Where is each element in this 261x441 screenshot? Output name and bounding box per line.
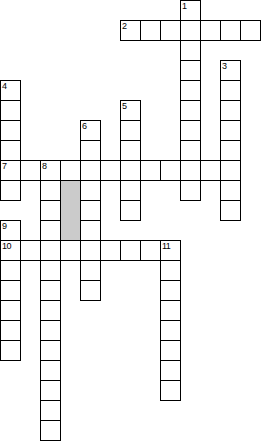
grid-cell-highlighted[interactable] [60, 200, 81, 221]
grid-cell[interactable] [160, 300, 181, 321]
grid-cell[interactable] [140, 160, 161, 181]
grid-cell[interactable] [40, 340, 61, 361]
clue-number: 1 [182, 2, 187, 11]
grid-cell[interactable] [160, 360, 181, 381]
grid-cell[interactable] [120, 240, 141, 261]
clue-number: 4 [2, 82, 7, 91]
grid-cell[interactable] [200, 20, 221, 41]
grid-cell[interactable] [0, 300, 21, 321]
grid-cell[interactable] [40, 240, 61, 261]
grid-cell[interactable] [20, 240, 41, 261]
grid-cell-highlighted[interactable] [60, 180, 81, 201]
grid-cell[interactable] [0, 260, 21, 281]
grid-cell[interactable] [40, 320, 61, 341]
clue-number: 5 [122, 102, 127, 111]
grid-cell[interactable] [120, 200, 141, 221]
grid-cell[interactable] [0, 280, 21, 301]
grid-cell[interactable] [160, 340, 181, 361]
clue-number: 8 [42, 162, 47, 171]
grid-cell[interactable] [40, 400, 61, 421]
grid-cell[interactable] [220, 100, 241, 121]
grid-cell[interactable] [180, 140, 201, 161]
grid-cell[interactable] [160, 280, 181, 301]
grid-cell[interactable] [180, 180, 201, 201]
grid-cell[interactable] [20, 160, 41, 181]
grid-cell[interactable] [160, 320, 181, 341]
grid-cell[interactable] [180, 40, 201, 61]
grid-cell[interactable] [140, 20, 161, 41]
clue-number: 6 [82, 122, 87, 131]
grid-cell[interactable] [140, 240, 161, 261]
grid-cell[interactable] [0, 100, 21, 121]
grid-cell[interactable] [0, 120, 21, 141]
grid-cell[interactable] [80, 240, 101, 261]
grid-cell[interactable] [60, 240, 81, 261]
grid-cell[interactable] [40, 220, 61, 241]
grid-cell[interactable] [40, 200, 61, 221]
clue-number: 7 [2, 162, 7, 171]
grid-cell[interactable] [180, 100, 201, 121]
grid-cell[interactable] [120, 140, 141, 161]
grid-cell[interactable] [100, 160, 121, 181]
clue-number: 11 [162, 242, 170, 251]
grid-cell[interactable] [40, 280, 61, 301]
grid-cell[interactable] [160, 160, 181, 181]
grid-cell[interactable] [200, 160, 221, 181]
grid-cell[interactable] [40, 420, 61, 441]
grid-cell[interactable] [220, 80, 241, 101]
grid-cell[interactable] [120, 180, 141, 201]
grid-cell[interactable] [80, 280, 101, 301]
grid-cell[interactable] [220, 140, 241, 161]
grid-cell[interactable] [40, 360, 61, 381]
grid-cell[interactable] [0, 320, 21, 341]
clue-number: 10 [2, 242, 11, 251]
grid-cell[interactable] [220, 180, 241, 201]
grid-cell[interactable] [80, 200, 101, 221]
grid-cell[interactable] [40, 300, 61, 321]
grid-cell[interactable] [120, 120, 141, 141]
grid-cell[interactable] [0, 180, 21, 201]
grid-cell[interactable] [80, 140, 101, 161]
grid-cell[interactable] [240, 20, 261, 41]
grid-cell[interactable] [160, 380, 181, 401]
grid-cell[interactable] [220, 20, 241, 41]
grid-cell[interactable] [60, 160, 81, 181]
grid-cell[interactable] [0, 340, 21, 361]
grid-cell[interactable] [40, 260, 61, 281]
grid-cell[interactable] [220, 120, 241, 141]
grid-cell[interactable] [160, 260, 181, 281]
grid-cell[interactable] [100, 240, 121, 261]
grid-cell[interactable] [180, 160, 201, 181]
grid-cell[interactable] [220, 160, 241, 181]
clue-number: 3 [222, 62, 227, 71]
clue-number: 2 [122, 22, 127, 31]
grid-cell[interactable] [160, 20, 181, 41]
grid-cell-highlighted[interactable] [60, 220, 81, 241]
grid-cell[interactable] [180, 120, 201, 141]
grid-cell[interactable] [80, 260, 101, 281]
grid-cell[interactable] [180, 20, 201, 41]
grid-cell[interactable] [80, 160, 101, 181]
crossword-grid: 1234567891011 [0, 0, 261, 441]
grid-cell[interactable] [80, 220, 101, 241]
grid-cell[interactable] [120, 160, 141, 181]
grid-cell[interactable] [180, 80, 201, 101]
grid-cell[interactable] [80, 180, 101, 201]
clue-number: 9 [2, 222, 7, 231]
grid-cell[interactable] [40, 380, 61, 401]
grid-cell[interactable] [220, 200, 241, 221]
crossword-page: 1234567891011 [0, 0, 261, 441]
grid-cell[interactable] [0, 140, 21, 161]
grid-cell[interactable] [180, 60, 201, 81]
grid-cell[interactable] [40, 180, 61, 201]
